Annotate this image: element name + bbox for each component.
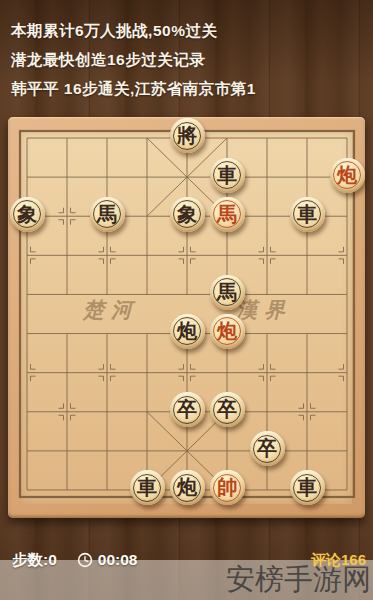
bottom-hud: 步数:0 00:08 评论166 xyxy=(0,549,373,571)
piece-glyph: 車 xyxy=(210,158,245,193)
black-piece-車[interactable]: 車 xyxy=(290,470,325,505)
black-piece-卒[interactable]: 卒 xyxy=(210,392,245,427)
timer-value: 00:08 xyxy=(98,551,138,569)
comments-button[interactable]: 评论166 xyxy=(311,551,366,570)
black-piece-象[interactable]: 象 xyxy=(170,197,205,232)
red-piece-馬[interactable]: 馬 xyxy=(210,197,245,232)
black-piece-車[interactable]: 車 xyxy=(210,158,245,193)
black-piece-卒[interactable]: 卒 xyxy=(170,392,205,427)
black-piece-馬[interactable]: 馬 xyxy=(90,197,125,232)
piece-glyph: 帥 xyxy=(210,470,245,505)
red-piece-炮[interactable]: 炮 xyxy=(330,158,365,193)
piece-glyph: 車 xyxy=(130,470,165,505)
move-counter: 步数:0 xyxy=(12,550,57,571)
xiangqi-challenge-screen: 本期累计6万人挑战,50%过关 潜龙最快创造16步过关记录 韩平平 16步通关,… xyxy=(0,0,373,600)
red-piece-炮[interactable]: 炮 xyxy=(210,314,245,349)
black-piece-卒[interactable]: 卒 xyxy=(250,431,285,466)
piece-glyph: 馬 xyxy=(210,275,245,310)
piece-glyph: 卒 xyxy=(210,392,245,427)
piece-glyph: 馬 xyxy=(90,197,125,232)
xiangqi-board: 楚河 漢界 將車炮象馬象馬車馬炮炮卒卒卒車炮帥車 xyxy=(8,117,365,518)
clock-icon xyxy=(77,552,93,568)
black-piece-炮[interactable]: 炮 xyxy=(170,314,205,349)
red-piece-帥[interactable]: 帥 xyxy=(210,470,245,505)
black-piece-車[interactable]: 車 xyxy=(290,197,325,232)
black-piece-馬[interactable]: 馬 xyxy=(210,275,245,310)
black-piece-炮[interactable]: 炮 xyxy=(170,470,205,505)
black-piece-將[interactable]: 將 xyxy=(170,118,205,153)
top-player-line: 韩平平 16步通关,江苏省南京市第1 xyxy=(11,74,367,103)
piece-glyph: 車 xyxy=(290,197,325,232)
challenge-info: 本期累计6万人挑战,50%过关 潜龙最快创造16步过关记录 韩平平 16步通关,… xyxy=(11,16,367,103)
piece-glyph: 炮 xyxy=(170,314,205,349)
piece-glyph: 炮 xyxy=(330,158,365,193)
piece-glyph: 象 xyxy=(10,197,45,232)
piece-glyph: 將 xyxy=(170,118,205,153)
black-piece-象[interactable]: 象 xyxy=(10,197,45,232)
piece-glyph: 馬 xyxy=(210,197,245,232)
piece-glyph: 卒 xyxy=(250,431,285,466)
pieces-layer: 將車炮象馬象馬車馬炮炮卒卒卒車炮帥車 xyxy=(7,118,367,509)
piece-glyph: 卒 xyxy=(170,392,205,427)
record-line: 潜龙最快创造16步过关记录 xyxy=(11,45,367,74)
piece-glyph: 炮 xyxy=(210,314,245,349)
challenge-stats-line: 本期累计6万人挑战,50%过关 xyxy=(11,16,367,45)
piece-glyph: 炮 xyxy=(170,470,205,505)
piece-glyph: 車 xyxy=(290,470,325,505)
black-piece-車[interactable]: 車 xyxy=(130,470,165,505)
piece-glyph: 象 xyxy=(170,197,205,232)
